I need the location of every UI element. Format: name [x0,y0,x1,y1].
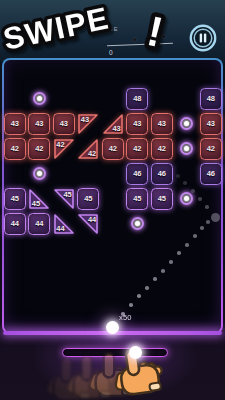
board-surface [4,60,221,332]
swipe-banner-word: SWIPE [0,0,112,57]
tutorial-hand-icon [25,349,167,400]
pause-button[interactable] [188,23,218,53]
swipe-banner-bang: ! [143,7,167,56]
swipe-slider-knob[interactable] [129,346,142,359]
game-board[interactable] [2,58,223,334]
game-screen: STAGE ✦ ✦ 0 4848434343434343434342424242… [0,0,225,400]
swipe-banner: SWIPE ! [0,0,192,80]
ball-count-label: x50 [119,313,132,322]
